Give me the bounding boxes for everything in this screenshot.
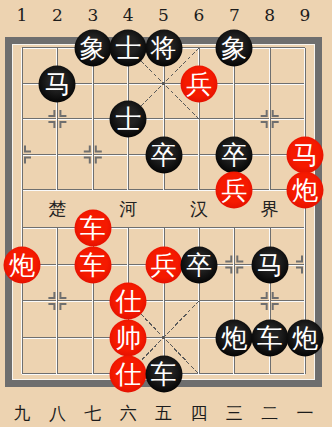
file-label-bottom-1: 九 <box>10 403 34 423</box>
file-label-bottom-2: 八 <box>45 403 69 423</box>
piece-red-车-f3r6[interactable]: 车 <box>74 210 111 247</box>
river-label-1: 楚 <box>44 197 70 221</box>
file-label-bottom-7: 三 <box>222 403 246 423</box>
piece-red-车-f3r7[interactable]: 车 <box>74 246 111 283</box>
file-label-bottom-5: 五 <box>152 403 176 423</box>
file-label-top-5: 5 <box>152 5 176 25</box>
river-label-3: 汉 <box>186 197 212 221</box>
piece-red-马-f9r4[interactable]: 马 <box>287 136 324 173</box>
piece-red-兵-f5r7[interactable]: 兵 <box>145 246 182 283</box>
piece-black-马-f2r2[interactable]: 马 <box>39 65 76 102</box>
file-label-top-7: 7 <box>222 5 246 25</box>
piece-black-卒-f5r4[interactable]: 卒 <box>145 136 182 173</box>
piece-black-士-f4r1[interactable]: 士 <box>110 30 147 67</box>
river-label-2: 河 <box>115 197 141 221</box>
xiangqi-app: 123456789 楚河汉界 象士将象马兵士卒卒马兵炮车炮车兵卒马仕帅炮车炮仕车… <box>0 0 332 427</box>
file-label-bottom-8: 二 <box>258 403 282 423</box>
file-label-bottom-3: 七 <box>81 403 105 423</box>
file-label-top-2: 2 <box>45 5 69 25</box>
piece-black-将-f5r1[interactable]: 将 <box>145 30 182 67</box>
piece-black-炮-f7r9[interactable]: 炮 <box>216 319 253 356</box>
piece-red-炮-f9r5[interactable]: 炮 <box>287 172 324 209</box>
piece-black-象-f7r1[interactable]: 象 <box>216 30 253 67</box>
piece-red-帅-f4r9[interactable]: 帅 <box>110 319 147 356</box>
piece-black-车-f8r9[interactable]: 车 <box>251 319 288 356</box>
file-label-bottom-9: 一 <box>293 403 317 423</box>
piece-red-仕-f4r10[interactable]: 仕 <box>110 356 147 393</box>
file-label-bottom-6: 四 <box>187 403 211 423</box>
file-label-top-8: 8 <box>258 5 282 25</box>
file-label-top-1: 1 <box>10 5 34 25</box>
river-label-4: 界 <box>257 197 283 221</box>
file-label-top-9: 9 <box>293 5 317 25</box>
piece-black-卒-f6r7[interactable]: 卒 <box>180 246 217 283</box>
piece-red-兵-f6r2[interactable]: 兵 <box>180 65 217 102</box>
piece-black-马-f8r7[interactable]: 马 <box>251 246 288 283</box>
file-label-top-3: 3 <box>81 5 105 25</box>
piece-black-车-f5r10[interactable]: 车 <box>145 356 182 393</box>
file-label-top-4: 4 <box>116 5 140 25</box>
piece-black-象-f3r1[interactable]: 象 <box>74 30 111 67</box>
file-label-top-6: 6 <box>187 5 211 25</box>
piece-black-卒-f7r4[interactable]: 卒 <box>216 136 253 173</box>
piece-black-士-f4r3[interactable]: 士 <box>110 101 147 138</box>
piece-red-兵-f7r5[interactable]: 兵 <box>216 172 253 209</box>
piece-red-仕-f4r8[interactable]: 仕 <box>110 283 147 320</box>
piece-red-炮-f1r7[interactable]: 炮 <box>4 246 41 283</box>
file-label-bottom-4: 六 <box>116 403 140 423</box>
piece-black-炮-f9r9[interactable]: 炮 <box>287 319 324 356</box>
